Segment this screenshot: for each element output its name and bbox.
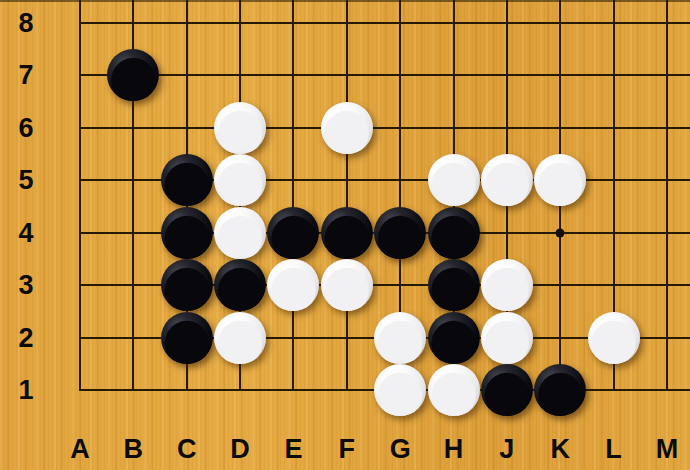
black-stone-glyph: ● [428, 207, 479, 259]
grid-line-col-m [666, 0, 668, 391]
grid-line-row-6 [79, 127, 690, 129]
white-stone-glyph: ● [588, 312, 639, 364]
white-stone-d5: ● [214, 154, 266, 206]
grid-line-col-f [346, 0, 348, 391]
grid-line-row-8 [79, 22, 690, 24]
black-stone-glyph: ● [161, 312, 212, 364]
black-stone-e4: ● [267, 207, 319, 259]
white-stone-glyph: ● [482, 154, 533, 206]
row-label-4: 4 [18, 217, 33, 248]
black-stone-glyph: ● [108, 49, 159, 101]
black-stone-h4: ● [428, 207, 480, 259]
black-stone-glyph: ● [268, 207, 319, 259]
grid-line-row-7 [79, 74, 690, 76]
white-stone-glyph: ● [215, 154, 266, 206]
column-label-h: H [444, 434, 464, 465]
grid-line-col-a [79, 0, 81, 391]
white-stone-glyph: ● [535, 154, 586, 206]
row-label-3: 3 [18, 270, 33, 301]
white-stone-g1: ● [374, 364, 426, 416]
black-stone-glyph: ● [161, 259, 212, 311]
row-label-8: 8 [18, 8, 33, 39]
white-stone-j3: ● [481, 259, 533, 311]
white-stone-h5: ● [428, 154, 480, 206]
black-stone-b7: ● [107, 49, 159, 101]
black-stone-c3: ● [161, 259, 213, 311]
white-stone-g2: ● [374, 312, 426, 364]
column-label-d: D [230, 434, 250, 465]
white-stone-glyph: ● [321, 102, 372, 154]
white-stone-k5: ● [534, 154, 586, 206]
white-stone-glyph: ● [428, 154, 479, 206]
white-stone-j5: ● [481, 154, 533, 206]
row-label-5: 5 [18, 165, 33, 196]
white-stone-h1: ● [428, 364, 480, 416]
column-label-g: G [390, 434, 411, 465]
white-stone-glyph: ● [215, 102, 266, 154]
column-label-c: C [177, 434, 197, 465]
row-label-1: 1 [18, 375, 33, 406]
black-stone-g4: ● [374, 207, 426, 259]
black-stone-c2: ● [161, 312, 213, 364]
white-stone-e3: ● [267, 259, 319, 311]
black-stone-c5: ● [161, 154, 213, 206]
column-label-j: J [499, 434, 514, 465]
black-stone-glyph: ● [215, 259, 266, 311]
black-stone-glyph: ● [161, 207, 212, 259]
black-stone-k1: ● [534, 364, 586, 416]
white-stone-d6: ● [214, 102, 266, 154]
white-stone-glyph: ● [375, 312, 426, 364]
column-label-a: A [70, 434, 90, 465]
row-label-2: 2 [18, 322, 33, 353]
black-stone-glyph: ● [161, 154, 212, 206]
column-label-e: E [284, 434, 302, 465]
column-label-b: B [124, 434, 144, 465]
column-label-m: M [656, 434, 679, 465]
white-stone-glyph: ● [321, 259, 372, 311]
black-stone-glyph: ● [375, 207, 426, 259]
white-stone-glyph: ● [268, 259, 319, 311]
go-board[interactable]: ●●●●●●●●●●●●●●●●●●●●●●●●●●●●●● ABCDEFGHJ… [0, 0, 690, 470]
white-stone-glyph: ● [482, 312, 533, 364]
black-stone-d3: ● [214, 259, 266, 311]
white-stone-l2: ● [588, 312, 640, 364]
white-stone-glyph: ● [428, 364, 479, 416]
white-stone-glyph: ● [215, 312, 266, 364]
black-stone-h2: ● [428, 312, 480, 364]
column-label-f: F [339, 434, 356, 465]
white-stone-j2: ● [481, 312, 533, 364]
row-label-7: 7 [18, 60, 33, 91]
black-stone-glyph: ● [482, 364, 533, 416]
black-stone-f4: ● [321, 207, 373, 259]
black-stone-glyph: ● [535, 364, 586, 416]
white-stone-d4: ● [214, 207, 266, 259]
black-stone-glyph: ● [321, 207, 372, 259]
star-point-k4 [556, 228, 565, 237]
black-stone-j1: ● [481, 364, 533, 416]
black-stone-c4: ● [161, 207, 213, 259]
column-label-l: L [605, 434, 622, 465]
white-stone-glyph: ● [482, 259, 533, 311]
white-stone-glyph: ● [215, 207, 266, 259]
white-stone-d2: ● [214, 312, 266, 364]
black-stone-h3: ● [428, 259, 480, 311]
white-stone-glyph: ● [375, 364, 426, 416]
grid-line-col-e [292, 0, 294, 391]
white-stone-f6: ● [321, 102, 373, 154]
black-stone-glyph: ● [428, 312, 479, 364]
white-stone-f3: ● [321, 259, 373, 311]
row-label-6: 6 [18, 112, 33, 143]
black-stone-glyph: ● [428, 259, 479, 311]
column-label-k: K [550, 434, 570, 465]
